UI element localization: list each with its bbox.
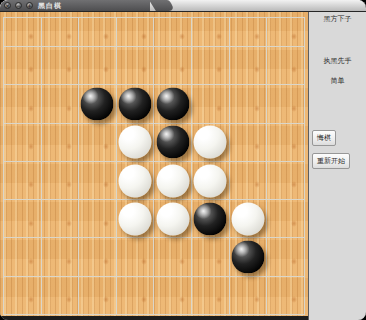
board-cell[interactable] — [154, 238, 192, 276]
restart-button[interactable]: 重新开始 — [312, 153, 350, 169]
board-cell[interactable] — [192, 18, 230, 47]
undo-button[interactable]: 悔棋 — [312, 130, 336, 146]
board-cell[interactable] — [230, 200, 268, 238]
maximize-icon[interactable]: + — [26, 2, 33, 9]
board-cell[interactable] — [267, 200, 305, 238]
board-cell[interactable] — [42, 238, 80, 276]
minimize-icon[interactable]: − — [15, 2, 22, 9]
board-cell[interactable] — [192, 200, 230, 238]
white-disc — [119, 202, 152, 235]
board-cell[interactable] — [267, 124, 305, 162]
board-cell[interactable] — [42, 277, 80, 315]
board-cell[interactable] — [154, 200, 192, 238]
board-cell[interactable] — [117, 85, 155, 123]
white-disc — [194, 126, 227, 159]
white-disc — [156, 164, 189, 197]
black-disc — [81, 87, 114, 120]
board-cell[interactable] — [267, 18, 305, 47]
board-cell[interactable] — [192, 47, 230, 85]
board-cell[interactable] — [154, 162, 192, 200]
black-disc — [119, 87, 152, 120]
board-cell[interactable] — [79, 162, 117, 200]
board-cell[interactable] — [79, 124, 117, 162]
board-cell[interactable] — [79, 18, 117, 47]
board-cell[interactable] — [42, 200, 80, 238]
white-disc — [119, 126, 152, 159]
board-cell[interactable] — [267, 85, 305, 123]
board-cell[interactable] — [230, 277, 268, 315]
board-cell[interactable] — [267, 47, 305, 85]
board-cell[interactable] — [117, 200, 155, 238]
board-cell[interactable] — [4, 124, 42, 162]
board-cell[interactable] — [4, 200, 42, 238]
board-cell[interactable] — [154, 18, 192, 47]
board-cell[interactable] — [4, 162, 42, 200]
board-cell[interactable] — [79, 200, 117, 238]
board-cell[interactable] — [117, 47, 155, 85]
board-cell[interactable] — [4, 47, 42, 85]
white-disc — [231, 202, 264, 235]
board-cell[interactable] — [4, 238, 42, 276]
board-cell[interactable] — [154, 85, 192, 123]
board-cell[interactable] — [42, 124, 80, 162]
board-cell[interactable] — [117, 277, 155, 315]
board-cell[interactable] — [230, 124, 268, 162]
board-cell[interactable] — [117, 238, 155, 276]
board-cell[interactable] — [79, 238, 117, 276]
close-icon[interactable]: × — [4, 2, 11, 9]
board-cell[interactable] — [79, 85, 117, 123]
board-cell[interactable] — [192, 162, 230, 200]
window-title: 黑白棋 — [38, 0, 62, 11]
board-cell[interactable] — [192, 238, 230, 276]
board-cell[interactable] — [230, 47, 268, 85]
board-grid — [3, 17, 305, 315]
board-cell[interactable] — [42, 47, 80, 85]
board-cell[interactable] — [117, 124, 155, 162]
board-cell[interactable] — [230, 18, 268, 47]
board-cell[interactable] — [79, 47, 117, 85]
board-cell[interactable] — [4, 277, 42, 315]
board-cell[interactable] — [192, 277, 230, 315]
board-cell[interactable] — [79, 277, 117, 315]
title-bar: × − + 黑白棋 — [0, 0, 366, 12]
black-disc — [231, 241, 264, 274]
turn-status-label: 黑方下子 — [309, 14, 366, 24]
board-cell[interactable] — [267, 162, 305, 200]
window-controls: × − + — [4, 2, 33, 9]
white-disc — [119, 164, 152, 197]
board-cell[interactable] — [267, 277, 305, 315]
app-window: × − + 黑白棋 黑方下子 执黑先手 简单 悔棋 重新开始 — [0, 0, 366, 320]
black-disc — [156, 126, 189, 159]
board-cell[interactable] — [4, 18, 42, 47]
board-cell[interactable] — [117, 18, 155, 47]
board-cell[interactable] — [4, 85, 42, 123]
difficulty-label: 简单 — [309, 76, 366, 86]
white-disc — [194, 164, 227, 197]
board-cell[interactable] — [192, 124, 230, 162]
board-cell[interactable] — [154, 277, 192, 315]
white-disc — [156, 202, 189, 235]
side-mode-label: 执黑先手 — [309, 56, 366, 66]
board-cell[interactable] — [267, 238, 305, 276]
board-cell[interactable] — [42, 85, 80, 123]
board-cell[interactable] — [42, 162, 80, 200]
board-cell[interactable] — [117, 162, 155, 200]
black-disc — [156, 87, 189, 120]
board-cell[interactable] — [42, 18, 80, 47]
black-disc — [194, 202, 227, 235]
board-cell[interactable] — [230, 162, 268, 200]
board-cell[interactable] — [154, 47, 192, 85]
board-cell[interactable] — [230, 238, 268, 276]
board-cell[interactable] — [230, 85, 268, 123]
board — [0, 11, 308, 316]
board-cell[interactable] — [192, 85, 230, 123]
board-cell[interactable] — [154, 124, 192, 162]
sidebar: 黑方下子 执黑先手 简单 悔棋 重新开始 — [308, 11, 366, 320]
